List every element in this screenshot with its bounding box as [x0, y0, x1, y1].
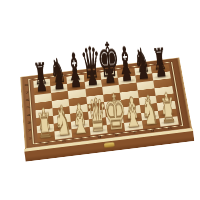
brass-clasp-icon	[104, 142, 115, 148]
chess-set-photo: ♜♞♝♛♚♝♞♜♟♟♟♟♟♟♟♟♟♟♟♟♟♟♟♟♜♞♝♛♚♝♞♜ abcdefg…	[0, 0, 200, 200]
rank-label-1: 1	[25, 134, 36, 143]
white-rook: ♜	[159, 93, 177, 128]
folding-chess-board: ♜♞♝♛♚♝♞♜♟♟♟♟♟♟♟♟♟♟♟♟♟♟♟♟♜♞♝♛♚♝♞♜ abcdefg…	[20, 57, 192, 148]
perspective-container: ♜♞♝♛♚♝♞♜♟♟♟♟♟♟♟♟♟♟♟♟♟♟♟♟♜♞♝♛♚♝♞♜ abcdefg…	[13, 11, 196, 194]
scene-tilt: ♜♞♝♛♚♝♞♜♟♟♟♟♟♟♟♟♟♟♟♟♟♟♟♟♜♞♝♛♚♝♞♜ abcdefg…	[0, 0, 200, 200]
